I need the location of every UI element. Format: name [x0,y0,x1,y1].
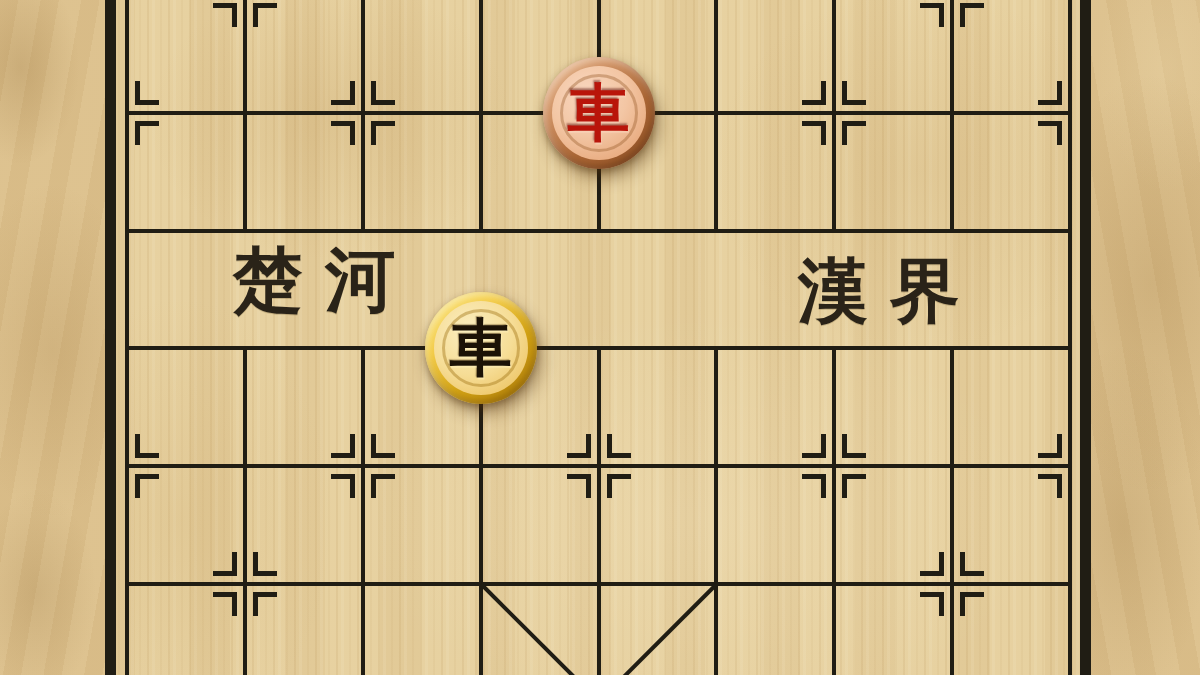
piece-character: 車 [425,292,537,404]
piece-red-chariot[interactable]: 車 [543,57,655,169]
xiangqi-board: 楚河 漢界 車車 [0,0,1200,675]
pieces-layer: 車車 [0,0,1200,675]
piece-black-chariot[interactable]: 車 [425,292,537,404]
piece-character: 車 [543,57,655,169]
